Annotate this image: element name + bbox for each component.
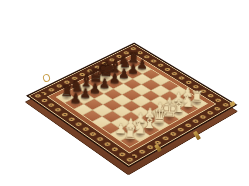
chess-board: ♜♞♟♝♟♚♟♛♟♝♟♞♟♟♜♟♟♜♟♟♞♟♝♟♚♟♛♟♝♟♞♜ — [26, 43, 238, 168]
chess-piece-glyph: ♜ — [123, 126, 138, 142]
chess-piece-glyph: ♟ — [69, 91, 81, 105]
product-photo-stage: ♜♞♟♝♟♚♟♛♟♝♟♞♟♟♜♟♟♜♟♟♞♟♝♟♚♟♛♟♝♟♞♜ — [0, 0, 249, 186]
camera-tilt: ♜♞♟♝♟♚♟♛♟♝♟♞♟♟♜♟♟♜♟♟♞♟♝♟♚♟♛♟♝♟♞♜ — [0, 0, 249, 186]
scene: ♜♞♟♝♟♚♟♛♟♝♟♞♟♟♜♟♟♜♟♟♞♟♝♟♚♟♛♟♝♟♞♜ — [0, 0, 249, 186]
board-face — [26, 43, 238, 168]
